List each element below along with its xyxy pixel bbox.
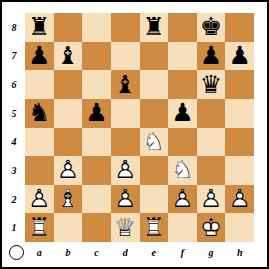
square-h4[interactable] — [225, 128, 254, 157]
square-a8[interactable]: ♜ — [25, 13, 54, 42]
square-e3[interactable] — [140, 156, 169, 185]
file-label-f: f — [168, 243, 197, 261]
square-g8[interactable]: ♚ — [197, 13, 226, 42]
chess-board: ♜♜♚♟♝♟♟♝♛♞♟♟♞♘♟♙♟♙♞♘♟♙♝♗♟♙♟♙♟♙♟♙♜♖♛♕♜♖♚♔ — [25, 13, 254, 242]
rank-label-7: 7 — [4, 42, 24, 71]
rank-label-1: 1 — [4, 213, 24, 242]
rank-label-6: 6 — [4, 70, 24, 99]
square-g5[interactable] — [197, 99, 226, 128]
square-c7[interactable] — [82, 42, 111, 71]
black-knight-piece: ♞ — [25, 99, 54, 128]
square-b8[interactable] — [54, 13, 83, 42]
square-d2[interactable]: ♟♙ — [111, 185, 140, 214]
square-e1[interactable]: ♜♖ — [140, 213, 169, 242]
square-g7[interactable]: ♟ — [197, 42, 226, 71]
square-d4[interactable] — [111, 128, 140, 157]
square-h6[interactable] — [225, 70, 254, 99]
rank-label-2: 2 — [4, 185, 24, 214]
rank-label-8: 8 — [4, 13, 24, 42]
black-rook-piece: ♜ — [140, 13, 169, 42]
white-king-piece: ♚♔ — [197, 213, 226, 242]
black-pawn-piece: ♟ — [82, 99, 111, 128]
square-h3[interactable] — [225, 156, 254, 185]
square-b4[interactable] — [54, 128, 83, 157]
white-pawn-piece: ♟♙ — [197, 185, 226, 214]
white-knight-piece: ♞♘ — [140, 128, 169, 157]
square-b6[interactable] — [54, 70, 83, 99]
square-g3[interactable] — [197, 156, 226, 185]
black-pawn-piece: ♟ — [25, 42, 54, 71]
chess-diagram: 87654321 ♜♜♚♟♝♟♟♝♛♞♟♟♞♘♟♙♟♙♞♘♟♙♝♗♟♙♟♙♟♙♟… — [0, 0, 269, 269]
square-e4[interactable]: ♞♘ — [140, 128, 169, 157]
black-pawn-piece: ♟ — [225, 42, 254, 71]
square-b5[interactable] — [54, 99, 83, 128]
square-b1[interactable] — [54, 213, 83, 242]
file-label-d: d — [111, 243, 140, 261]
square-h1[interactable] — [225, 213, 254, 242]
square-c8[interactable] — [82, 13, 111, 42]
square-a5[interactable]: ♞ — [25, 99, 54, 128]
white-pawn-piece: ♟♙ — [111, 185, 140, 214]
square-f2[interactable]: ♟♙ — [168, 185, 197, 214]
square-d1[interactable]: ♛♕ — [111, 213, 140, 242]
square-c6[interactable] — [82, 70, 111, 99]
square-d6[interactable]: ♝ — [111, 70, 140, 99]
file-label-c: c — [82, 243, 111, 261]
white-queen-piece: ♛♕ — [111, 213, 140, 242]
black-rook-piece: ♜ — [25, 13, 54, 42]
square-d7[interactable] — [111, 42, 140, 71]
rank-label-5: 5 — [4, 99, 24, 128]
square-b7[interactable]: ♝ — [54, 42, 83, 71]
file-label-a: a — [25, 243, 54, 261]
white-knight-piece: ♞♘ — [168, 156, 197, 185]
square-f6[interactable] — [168, 70, 197, 99]
rank-label-3: 3 — [4, 156, 24, 185]
square-a4[interactable] — [25, 128, 54, 157]
square-f7[interactable] — [168, 42, 197, 71]
square-e8[interactable]: ♜ — [140, 13, 169, 42]
square-h2[interactable]: ♟♙ — [225, 185, 254, 214]
black-queen-piece: ♛ — [197, 70, 226, 99]
square-f3[interactable]: ♞♘ — [168, 156, 197, 185]
white-pawn-piece: ♟♙ — [54, 156, 83, 185]
square-c4[interactable] — [82, 128, 111, 157]
white-rook-piece: ♜♖ — [140, 213, 169, 242]
square-a3[interactable] — [25, 156, 54, 185]
square-f5[interactable]: ♟ — [168, 99, 197, 128]
rank-label-4: 4 — [4, 128, 24, 157]
black-bishop-piece: ♝ — [111, 70, 140, 99]
square-a7[interactable]: ♟ — [25, 42, 54, 71]
rank-labels: 87654321 — [4, 13, 24, 242]
white-bishop-piece: ♝♗ — [54, 185, 83, 214]
square-c2[interactable] — [82, 185, 111, 214]
square-e5[interactable] — [140, 99, 169, 128]
square-c3[interactable] — [82, 156, 111, 185]
square-f1[interactable] — [168, 213, 197, 242]
file-labels: abcdefgh — [25, 243, 254, 261]
square-e6[interactable] — [140, 70, 169, 99]
white-pawn-piece: ♟♙ — [111, 156, 140, 185]
square-e2[interactable] — [140, 185, 169, 214]
white-pawn-piece: ♟♙ — [25, 185, 54, 214]
square-g1[interactable]: ♚♔ — [197, 213, 226, 242]
square-b2[interactable]: ♝♗ — [54, 185, 83, 214]
square-d3[interactable]: ♟♙ — [111, 156, 140, 185]
file-label-b: b — [54, 243, 83, 261]
square-e7[interactable] — [140, 42, 169, 71]
square-h7[interactable]: ♟ — [225, 42, 254, 71]
square-g6[interactable]: ♛ — [197, 70, 226, 99]
white-rook-piece: ♜♖ — [25, 213, 54, 242]
white-to-move-indicator — [9, 245, 24, 260]
square-a6[interactable] — [25, 70, 54, 99]
square-g4[interactable] — [197, 128, 226, 157]
file-label-h: h — [225, 243, 254, 261]
black-pawn-piece: ♟ — [197, 42, 226, 71]
white-pawn-piece: ♟♙ — [225, 185, 254, 214]
square-d8[interactable] — [111, 13, 140, 42]
square-a2[interactable]: ♟♙ — [25, 185, 54, 214]
square-h8[interactable] — [225, 13, 254, 42]
square-b3[interactable]: ♟♙ — [54, 156, 83, 185]
square-f8[interactable] — [168, 13, 197, 42]
square-c5[interactable]: ♟ — [82, 99, 111, 128]
square-g2[interactable]: ♟♙ — [197, 185, 226, 214]
file-label-g: g — [197, 243, 226, 261]
square-a1[interactable]: ♜♖ — [25, 213, 54, 242]
black-king-piece: ♚ — [197, 13, 226, 42]
white-pawn-piece: ♟♙ — [168, 185, 197, 214]
file-label-e: e — [140, 243, 169, 261]
square-c1[interactable] — [82, 213, 111, 242]
black-pawn-piece: ♟ — [168, 99, 197, 128]
black-bishop-piece: ♝ — [54, 42, 83, 71]
square-f4[interactable] — [168, 128, 197, 157]
square-h5[interactable] — [225, 99, 254, 128]
square-d5[interactable] — [111, 99, 140, 128]
